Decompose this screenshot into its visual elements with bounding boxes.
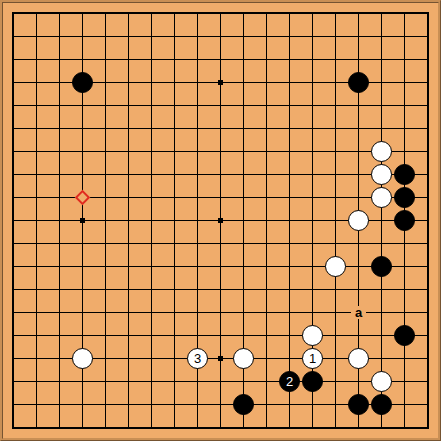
white-stone bbox=[371, 141, 392, 162]
star-point bbox=[80, 218, 85, 223]
go-diagram: a 312 bbox=[0, 0, 441, 441]
white-stone bbox=[302, 325, 323, 346]
white-stone bbox=[371, 187, 392, 208]
white-stone bbox=[325, 256, 346, 277]
white-stone bbox=[371, 164, 392, 185]
black-stone bbox=[394, 164, 415, 185]
star-point bbox=[218, 80, 223, 85]
black-stone bbox=[394, 210, 415, 231]
white-stone bbox=[348, 348, 369, 369]
black-stone bbox=[348, 72, 369, 93]
black-stone bbox=[233, 394, 254, 415]
white-stone bbox=[371, 371, 392, 392]
star-point bbox=[218, 356, 223, 361]
black-stone-move-2: 2 bbox=[279, 371, 300, 392]
white-stone-move-1: 1 bbox=[302, 348, 323, 369]
black-stone bbox=[371, 256, 392, 277]
point-label-a: a bbox=[351, 306, 366, 319]
black-stone bbox=[394, 187, 415, 208]
white-stone bbox=[72, 348, 93, 369]
black-stone bbox=[72, 72, 93, 93]
white-stone bbox=[348, 210, 369, 231]
white-stone bbox=[233, 348, 254, 369]
black-stone bbox=[394, 325, 415, 346]
white-stone-move-3: 3 bbox=[187, 348, 208, 369]
black-stone bbox=[302, 371, 323, 392]
go-board: a 312 bbox=[0, 0, 441, 441]
black-stone bbox=[348, 394, 369, 415]
black-stone bbox=[371, 394, 392, 415]
star-point bbox=[218, 218, 223, 223]
